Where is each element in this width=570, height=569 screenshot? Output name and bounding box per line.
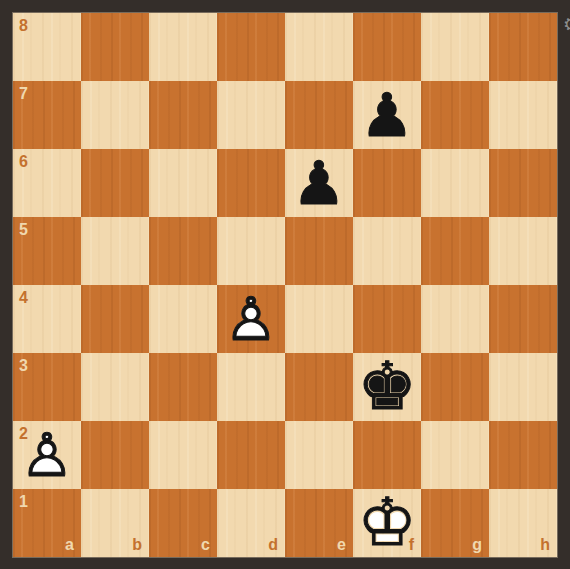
rank-label-4: 4 <box>19 290 28 306</box>
square-h3[interactable] <box>489 353 557 421</box>
square-c4[interactable] <box>149 285 217 353</box>
square-a2[interactable]: 2♟♙ <box>13 421 81 489</box>
square-e8[interactable] <box>285 13 353 81</box>
square-a3[interactable]: 3 <box>13 353 81 421</box>
white-pawn[interactable]: ♟♙ <box>13 421 81 489</box>
white-pawn-outline-glyph: ♙ <box>13 421 81 489</box>
file-label-g: g <box>472 537 482 553</box>
chess-board: 87♟6♟54♟♙3♚2♟♙1abcdef♚♔gh <box>13 13 557 557</box>
square-d6[interactable] <box>217 149 285 217</box>
square-c2[interactable] <box>149 421 217 489</box>
black-king[interactable]: ♚ <box>353 353 421 421</box>
square-b6[interactable] <box>81 149 149 217</box>
square-g2[interactable] <box>421 421 489 489</box>
square-b8[interactable] <box>81 13 149 81</box>
black-pawn[interactable]: ♟ <box>353 81 421 149</box>
white-pawn[interactable]: ♟♙ <box>217 285 285 353</box>
square-c1[interactable]: c <box>149 489 217 557</box>
square-b1[interactable]: b <box>81 489 149 557</box>
rank-label-6: 6 <box>19 154 28 170</box>
file-label-d: d <box>268 537 278 553</box>
rank-label-5: 5 <box>19 222 28 238</box>
square-h7[interactable] <box>489 81 557 149</box>
square-g1[interactable]: g <box>421 489 489 557</box>
rank-label-1: 1 <box>19 494 28 510</box>
square-f7[interactable]: ♟ <box>353 81 421 149</box>
black-pawn[interactable]: ♟ <box>285 149 353 217</box>
square-d4[interactable]: ♟♙ <box>217 285 285 353</box>
square-f5[interactable] <box>353 217 421 285</box>
square-d7[interactable] <box>217 81 285 149</box>
square-f8[interactable] <box>353 13 421 81</box>
square-d3[interactable] <box>217 353 285 421</box>
square-e4[interactable] <box>285 285 353 353</box>
square-d1[interactable]: d <box>217 489 285 557</box>
file-label-c: c <box>201 537 210 553</box>
chess-app-window: 87♟6♟54♟♙3♚2♟♙1abcdef♚♔gh ⚙ <box>0 0 570 569</box>
square-f3[interactable]: ♚ <box>353 353 421 421</box>
square-a1[interactable]: 1a <box>13 489 81 557</box>
square-c5[interactable] <box>149 217 217 285</box>
white-king-outline-glyph: ♔ <box>353 489 421 557</box>
rank-label-3: 3 <box>19 358 28 374</box>
square-b7[interactable] <box>81 81 149 149</box>
square-h6[interactable] <box>489 149 557 217</box>
square-f2[interactable] <box>353 421 421 489</box>
white-pawn-outline-glyph: ♙ <box>217 285 285 353</box>
rank-label-8: 8 <box>19 18 28 34</box>
square-a4[interactable]: 4 <box>13 285 81 353</box>
square-d5[interactable] <box>217 217 285 285</box>
square-g7[interactable] <box>421 81 489 149</box>
rank-label-7: 7 <box>19 86 28 102</box>
square-b2[interactable] <box>81 421 149 489</box>
square-a6[interactable]: 6 <box>13 149 81 217</box>
black-pawn-glyph: ♟ <box>285 149 353 217</box>
square-e2[interactable] <box>285 421 353 489</box>
square-c8[interactable] <box>149 13 217 81</box>
square-b5[interactable] <box>81 217 149 285</box>
square-g4[interactable] <box>421 285 489 353</box>
square-g3[interactable] <box>421 353 489 421</box>
white-king[interactable]: ♚♔ <box>353 489 421 557</box>
square-d2[interactable] <box>217 421 285 489</box>
square-f6[interactable] <box>353 149 421 217</box>
black-pawn-glyph: ♟ <box>353 81 421 149</box>
file-label-b: b <box>132 537 142 553</box>
square-e7[interactable] <box>285 81 353 149</box>
square-h2[interactable] <box>489 421 557 489</box>
square-g5[interactable] <box>421 217 489 285</box>
square-d8[interactable] <box>217 13 285 81</box>
square-a8[interactable]: 8 <box>13 13 81 81</box>
square-h4[interactable] <box>489 285 557 353</box>
square-c7[interactable] <box>149 81 217 149</box>
square-g8[interactable] <box>421 13 489 81</box>
square-a5[interactable]: 5 <box>13 217 81 285</box>
square-g6[interactable] <box>421 149 489 217</box>
file-label-a: a <box>65 537 74 553</box>
square-e1[interactable]: e <box>285 489 353 557</box>
square-f4[interactable] <box>353 285 421 353</box>
square-b3[interactable] <box>81 353 149 421</box>
file-label-h: h <box>540 537 550 553</box>
square-h5[interactable] <box>489 217 557 285</box>
square-a7[interactable]: 7 <box>13 81 81 149</box>
settings-gear-icon[interactable]: ⚙ <box>563 15 570 34</box>
square-b4[interactable] <box>81 285 149 353</box>
square-f1[interactable]: f♚♔ <box>353 489 421 557</box>
square-h8[interactable] <box>489 13 557 81</box>
square-e3[interactable] <box>285 353 353 421</box>
square-e5[interactable] <box>285 217 353 285</box>
square-e6[interactable]: ♟ <box>285 149 353 217</box>
black-king-glyph: ♚ <box>353 353 421 421</box>
square-c6[interactable] <box>149 149 217 217</box>
file-label-e: e <box>337 537 346 553</box>
square-c3[interactable] <box>149 353 217 421</box>
square-h1[interactable]: h <box>489 489 557 557</box>
